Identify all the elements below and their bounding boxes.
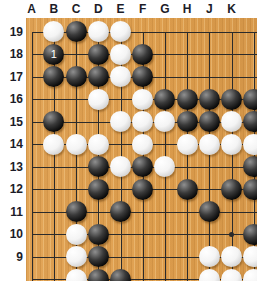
black-stone-E8 xyxy=(110,269,131,281)
black-stone-D18 xyxy=(88,44,109,65)
black-stone-C19 xyxy=(66,21,87,42)
row-label-13: 13 xyxy=(0,159,23,175)
white-stone-C8 xyxy=(66,269,87,281)
black-stone-B17 xyxy=(43,66,64,87)
black-stone-H15 xyxy=(177,111,198,132)
black-stone-L12 xyxy=(243,179,257,200)
black-stone-D17 xyxy=(88,66,109,87)
go-app-window: 1 ABCDEFGHJK191817161514131211109 xyxy=(0,0,257,281)
black-stone-D10 xyxy=(88,224,109,245)
white-stone-G15 xyxy=(154,111,175,132)
black-stone-L13 xyxy=(243,156,257,177)
white-stone-D14 xyxy=(88,134,109,155)
white-stone-L8 xyxy=(243,269,257,281)
white-stone-J14 xyxy=(199,134,220,155)
white-stone-J8 xyxy=(199,269,220,281)
row-label-17: 17 xyxy=(0,69,23,85)
row-label-9: 9 xyxy=(0,249,23,265)
white-stone-K15 xyxy=(221,111,242,132)
black-stone-J15 xyxy=(199,111,220,132)
white-stone-F16 xyxy=(132,89,153,110)
star-point xyxy=(229,232,234,237)
white-stone-F15 xyxy=(132,111,153,132)
column-label-G: G xyxy=(156,2,174,17)
column-label-E: E xyxy=(112,2,130,17)
white-stone-C10 xyxy=(66,224,87,245)
black-stone-D8 xyxy=(88,269,109,281)
white-stone-K14 xyxy=(221,134,242,155)
black-stone-B15 xyxy=(43,111,64,132)
black-stone-L15 xyxy=(243,111,257,132)
black-stone-C17 xyxy=(66,66,87,87)
black-stone-D9 xyxy=(88,246,109,267)
white-stone-G13 xyxy=(154,156,175,177)
white-stone-K8 xyxy=(221,269,242,281)
row-label-18: 18 xyxy=(0,46,23,62)
column-label-H: H xyxy=(178,2,196,17)
black-stone-K16 xyxy=(221,89,242,110)
go-board[interactable]: 1 xyxy=(26,18,257,281)
grid-line-vertical xyxy=(232,32,233,281)
white-stone-E15 xyxy=(110,111,131,132)
black-stone-H12 xyxy=(177,179,198,200)
white-stone-L9 xyxy=(243,246,257,267)
white-stone-L14 xyxy=(243,134,257,155)
column-label-F: F xyxy=(134,2,152,17)
white-stone-E19 xyxy=(110,21,131,42)
white-stone-B14 xyxy=(43,134,64,155)
black-stone-F12 xyxy=(132,179,153,200)
white-stone-D16 xyxy=(88,89,109,110)
white-stone-J9 xyxy=(199,246,220,267)
white-stone-K9 xyxy=(221,246,242,267)
black-stone-D12 xyxy=(88,179,109,200)
column-label-A: A xyxy=(23,2,41,17)
black-stone-J16 xyxy=(199,89,220,110)
white-stone-F14 xyxy=(132,134,153,155)
row-label-16: 16 xyxy=(0,91,23,107)
row-label-19: 19 xyxy=(0,24,23,40)
column-label-D: D xyxy=(89,2,107,17)
row-label-14: 14 xyxy=(0,136,23,152)
black-stone-E11 xyxy=(110,201,131,222)
white-stone-H14 xyxy=(177,134,198,155)
white-stone-E18 xyxy=(110,44,131,65)
white-stone-B19 xyxy=(43,21,64,42)
black-stone-B18: 1 xyxy=(43,44,64,65)
column-label-B: B xyxy=(45,2,63,17)
black-stone-L10 xyxy=(243,224,257,245)
row-label-12: 12 xyxy=(0,181,23,197)
black-stone-F13 xyxy=(132,156,153,177)
white-stone-E17 xyxy=(110,66,131,87)
black-stone-L16 xyxy=(243,89,257,110)
move-number-label: 1 xyxy=(43,44,64,65)
black-stone-F17 xyxy=(132,66,153,87)
column-label-J: J xyxy=(200,2,218,17)
black-stone-G16 xyxy=(154,89,175,110)
grid-line-vertical xyxy=(209,32,210,281)
black-stone-D13 xyxy=(88,156,109,177)
black-stone-C11 xyxy=(66,201,87,222)
row-label-15: 15 xyxy=(0,114,23,130)
column-label-K: K xyxy=(223,2,241,17)
white-stone-D19 xyxy=(88,21,109,42)
white-stone-C14 xyxy=(66,134,87,155)
row-label-10: 10 xyxy=(0,226,23,242)
black-stone-K12 xyxy=(221,179,242,200)
black-stone-H16 xyxy=(177,89,198,110)
white-stone-E13 xyxy=(110,156,131,177)
black-stone-J11 xyxy=(199,201,220,222)
grid-line-vertical xyxy=(32,32,33,281)
column-label-C: C xyxy=(67,2,85,17)
black-stone-F18 xyxy=(132,44,153,65)
grid-line-vertical xyxy=(187,32,188,281)
white-stone-C9 xyxy=(66,246,87,267)
row-label-11: 11 xyxy=(0,204,23,220)
